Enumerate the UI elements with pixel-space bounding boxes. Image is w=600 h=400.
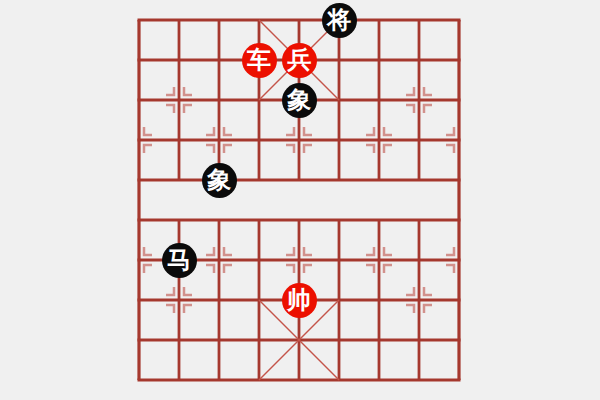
piece-red-chariot[interactable]: 车 [242,43,277,78]
piece-black-general[interactable]: 将 [322,3,357,38]
piece-black-elephant[interactable]: 象 [202,163,237,198]
piece-black-horse[interactable]: 马 [162,243,197,278]
piece-black-elephant[interactable]: 象 [282,83,317,118]
xiangqi-board: 将车兵象象马帅 [0,0,600,400]
piece-red-general[interactable]: 帅 [282,283,317,318]
piece-red-soldier[interactable]: 兵 [282,43,317,78]
pieces-layer: 将车兵象象马帅 [119,0,479,400]
